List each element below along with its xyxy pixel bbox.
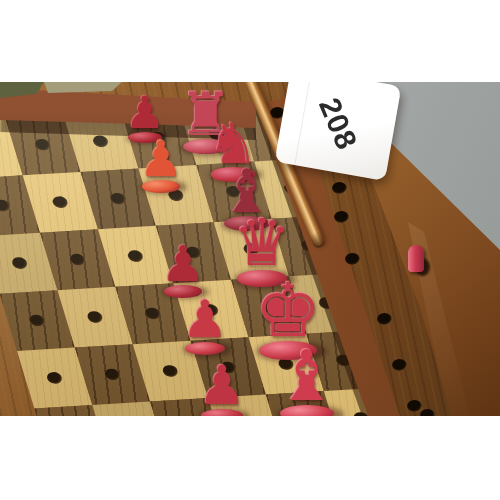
tray-hole bbox=[334, 211, 349, 223]
bishop-e2-glyph: ♝ bbox=[276, 341, 338, 411]
tray-hole bbox=[377, 313, 392, 325]
lot-number: 208 bbox=[312, 93, 364, 155]
pawn-d6-glyph: ♟ bbox=[139, 135, 183, 184]
scoring-peg[interactable] bbox=[408, 245, 424, 272]
pawn-d3-glyph: ♟ bbox=[182, 294, 228, 346]
screenshot-canvas: 208 ♟♜♟♞♝♟♛♟♚♟♝ bbox=[0, 0, 500, 500]
pawn-d4-glyph: ♟ bbox=[161, 240, 205, 289]
tray-hole bbox=[332, 182, 347, 194]
tray-hole bbox=[392, 359, 407, 371]
tray-hole bbox=[345, 253, 360, 265]
photo-frame: 208 ♟♜♟♞♝♟♛♟♚♟♝ bbox=[0, 82, 500, 416]
tray-hole bbox=[407, 400, 422, 412]
pawn-d7-glyph: ♟ bbox=[125, 91, 165, 135]
tray-hole bbox=[420, 409, 435, 416]
photo: 208 ♟♜♟♞♝♟♛♟♚♟♝ bbox=[0, 82, 500, 416]
pawn-d2-glyph: ♟ bbox=[198, 359, 246, 413]
